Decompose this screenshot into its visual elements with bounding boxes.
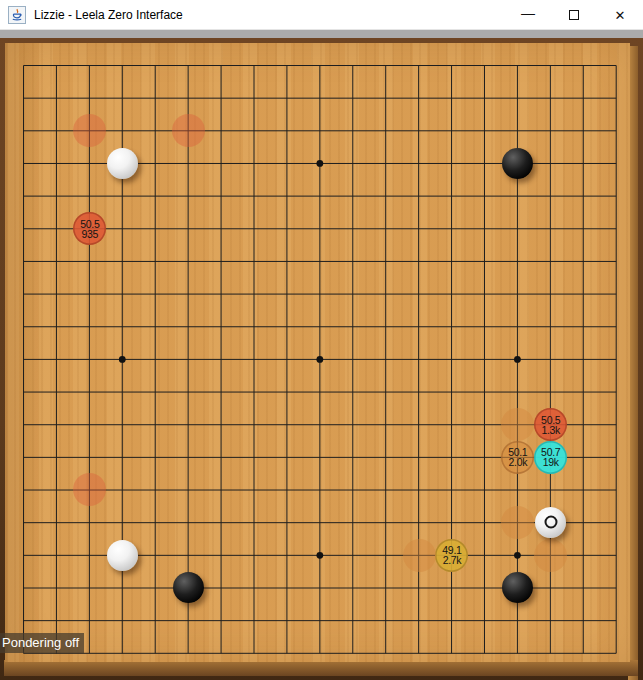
candidate-move-C6[interactable] <box>73 473 106 506</box>
candidate-move-R4[interactable] <box>534 539 567 572</box>
goban[interactable]: 50.719k49.12.7k50.12.0k50.51.3k50.5935 <box>8 49 634 669</box>
window-title: Lizzie - Leela Zero Interface <box>34 8 183 22</box>
window-titlebar: Lizzie - Leela Zero Interface — ✕ <box>0 0 643 30</box>
white-stone-R5 <box>535 507 566 538</box>
candidate-visits: 2.7k <box>443 555 462 565</box>
candidate-move-N4[interactable] <box>403 539 436 572</box>
menu-strip <box>0 30 643 38</box>
maximize-button[interactable] <box>551 0 597 30</box>
candidate-move-F17[interactable] <box>172 114 205 147</box>
white-stone-D16 <box>107 148 138 179</box>
candidate-move-Q7[interactable]: 50.12.0k <box>501 441 534 474</box>
candidate-move-C17[interactable] <box>73 114 106 147</box>
candidate-move-C14[interactable]: 50.5935 <box>73 212 106 245</box>
java-coffee-cup-icon <box>8 6 26 24</box>
minimize-button[interactable]: — <box>505 0 551 30</box>
candidate-move-R7[interactable]: 50.719k <box>534 441 567 474</box>
candidate-move-Q5[interactable] <box>501 506 534 539</box>
board-area: 50.719k49.12.7k50.12.0k50.51.3k50.5935 P… <box>0 38 643 680</box>
lizzie-window: Lizzie - Leela Zero Interface — ✕ 50.719… <box>0 0 643 680</box>
candidate-move-R8[interactable]: 50.51.3k <box>534 408 567 441</box>
black-stone-F3 <box>173 572 204 603</box>
last-move-marker <box>544 516 557 529</box>
close-button[interactable]: ✕ <box>597 0 643 30</box>
candidate-visits: 1.3k <box>541 425 560 435</box>
black-stone-Q3 <box>502 572 533 603</box>
candidate-move-O4[interactable]: 49.12.7k <box>435 539 468 572</box>
candidate-visits: 2.0k <box>508 457 527 467</box>
pondering-status: Pondering off <box>0 633 84 653</box>
candidate-visits: 935 <box>82 229 99 239</box>
candidate-move-Q8[interactable] <box>501 408 534 441</box>
black-stone-Q16 <box>502 148 533 179</box>
white-stone-D4 <box>107 540 138 571</box>
candidate-visits: 19k <box>543 457 559 467</box>
